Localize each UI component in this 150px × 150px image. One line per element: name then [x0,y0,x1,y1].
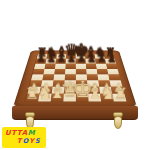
brand-logo: UTTAM TOYS [2,127,46,148]
piece-black-pawn: ♟ [96,54,105,64]
piece-black-pawn: ♟ [56,54,65,64]
piece-white-rook: ♜ [113,86,127,102]
piece-black-pawn: ♟ [86,54,95,64]
piece-black-pawn: ♟ [36,54,45,64]
piece-black-pawn: ♟ [107,54,116,64]
square-h4 [108,74,120,80]
product-photo: ♜♞♝♛♚♝♞♜♟♟♟♟♟♟♟♟♟♟♟♟♟♟♟♟♜♞♝♛♚♝♞♜ UTTAM T… [0,0,150,150]
clasp-tab-icon [114,116,122,129]
square-f7: ♟ [86,59,96,64]
chess-board: ♜♞♝♛♚♝♞♜♟♟♟♟♟♟♟♟♟♟♟♟♟♟♟♟♜♞♝♛♚♝♞♜ [13,51,137,107]
piece-black-pawn: ♟ [76,54,85,64]
square-c7: ♟ [56,59,66,64]
square-b7: ♟ [46,59,57,64]
square-h7: ♟ [105,59,116,64]
brand-name-line1: UTTAM [5,129,43,137]
logo-letter: M [28,129,36,137]
square-g7: ♟ [95,59,106,64]
square-h1: ♜ [112,94,126,102]
square-d7: ♟ [66,59,76,64]
square-e7: ♟ [76,59,86,64]
piece-black-pawn: ♟ [46,54,55,64]
square-a7: ♟ [35,59,46,64]
board-grid: ♜♞♝♛♚♝♞♜♟♟♟♟♟♟♟♟♟♟♟♟♟♟♟♟♜♞♝♛♚♝♞♜ [24,54,125,102]
piece-black-pawn: ♟ [66,54,75,64]
square-b4 [42,74,54,80]
square-g1: ♞ [100,94,114,102]
brand-name-line2: TOYS [5,137,43,145]
clasp-right [111,112,125,133]
logo-letter: S [35,137,41,145]
